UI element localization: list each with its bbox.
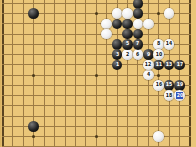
stone-white bbox=[122, 8, 133, 19]
move-number: 11 bbox=[156, 62, 162, 67]
stone-black-move-7: 7 bbox=[133, 39, 144, 50]
move-number: 15 bbox=[166, 83, 172, 88]
stone-black bbox=[28, 121, 39, 132]
stone-white-move-2: 2 bbox=[122, 49, 133, 60]
grid-line bbox=[2, 116, 191, 117]
star-point bbox=[32, 74, 35, 77]
stone-white-move-4: 4 bbox=[143, 70, 154, 81]
stone-black bbox=[28, 8, 39, 19]
move-number: 13 bbox=[166, 62, 172, 67]
move-number: 6 bbox=[136, 52, 139, 57]
stone-black bbox=[112, 19, 123, 30]
move-number: 16 bbox=[156, 83, 162, 88]
grid-line bbox=[2, 146, 191, 147]
move-number: 4 bbox=[147, 73, 150, 78]
stone-white-move-6: 6 bbox=[133, 49, 144, 60]
star-point bbox=[95, 135, 98, 138]
stone-white bbox=[153, 131, 164, 142]
move-number: 14 bbox=[166, 42, 172, 47]
stone-black-move-11: 11 bbox=[153, 60, 164, 71]
stone-black bbox=[133, 8, 144, 19]
stone-black bbox=[122, 19, 133, 30]
star-point bbox=[95, 74, 98, 77]
move-number: 3 bbox=[115, 52, 118, 57]
stone-black-move-1: 1 bbox=[112, 60, 123, 71]
stone-black-move-3: 3 bbox=[112, 49, 123, 60]
move-number: 2 bbox=[126, 52, 129, 57]
stone-white bbox=[164, 8, 175, 19]
move-number: 18 bbox=[166, 93, 172, 98]
stone-white-move-20: 20 bbox=[174, 90, 185, 101]
move-number: 1 bbox=[115, 62, 118, 67]
move-number: 17 bbox=[176, 62, 182, 67]
grid-line bbox=[2, 23, 191, 24]
star-point bbox=[157, 74, 160, 77]
stone-white bbox=[112, 8, 123, 19]
move-number: 5 bbox=[126, 42, 129, 47]
stone-white bbox=[101, 29, 112, 40]
stone-black-move-19: 19 bbox=[174, 80, 185, 91]
stone-black-move-13: 13 bbox=[164, 60, 175, 71]
move-number: 9 bbox=[147, 52, 150, 57]
move-number: 19 bbox=[176, 83, 182, 88]
stone-black bbox=[133, 29, 144, 40]
move-number: 20 bbox=[176, 93, 182, 98]
stone-black-move-5: 5 bbox=[122, 39, 133, 50]
move-number: 8 bbox=[157, 42, 160, 47]
stone-black-move-15: 15 bbox=[164, 80, 175, 91]
move-number: 12 bbox=[145, 62, 151, 67]
stone-white-move-12: 12 bbox=[143, 60, 154, 71]
stone-white bbox=[143, 19, 154, 30]
stone-white bbox=[101, 19, 112, 30]
star-point bbox=[157, 12, 160, 15]
grid-line bbox=[2, 3, 191, 4]
stone-white bbox=[133, 19, 144, 30]
star-point bbox=[95, 12, 98, 15]
stone-white-move-18: 18 bbox=[164, 90, 175, 101]
stone-black bbox=[112, 39, 123, 50]
stone-white-move-8: 8 bbox=[153, 39, 164, 50]
star-point bbox=[32, 135, 35, 138]
move-number: 10 bbox=[156, 52, 162, 57]
stone-black-move-17: 17 bbox=[174, 60, 185, 71]
stone-black-move-9: 9 bbox=[143, 49, 154, 60]
grid-line bbox=[2, 34, 191, 35]
grid-line bbox=[2, 95, 191, 96]
stone-white-move-14: 14 bbox=[164, 39, 175, 50]
stone-white-move-16: 16 bbox=[153, 80, 164, 91]
go-board[interactable]: 1234567891011121314151617181920 bbox=[0, 0, 196, 147]
move-number: 7 bbox=[136, 42, 139, 47]
grid-line bbox=[2, 105, 191, 106]
stone-black bbox=[122, 29, 133, 40]
stone-white-move-10: 10 bbox=[153, 49, 164, 60]
